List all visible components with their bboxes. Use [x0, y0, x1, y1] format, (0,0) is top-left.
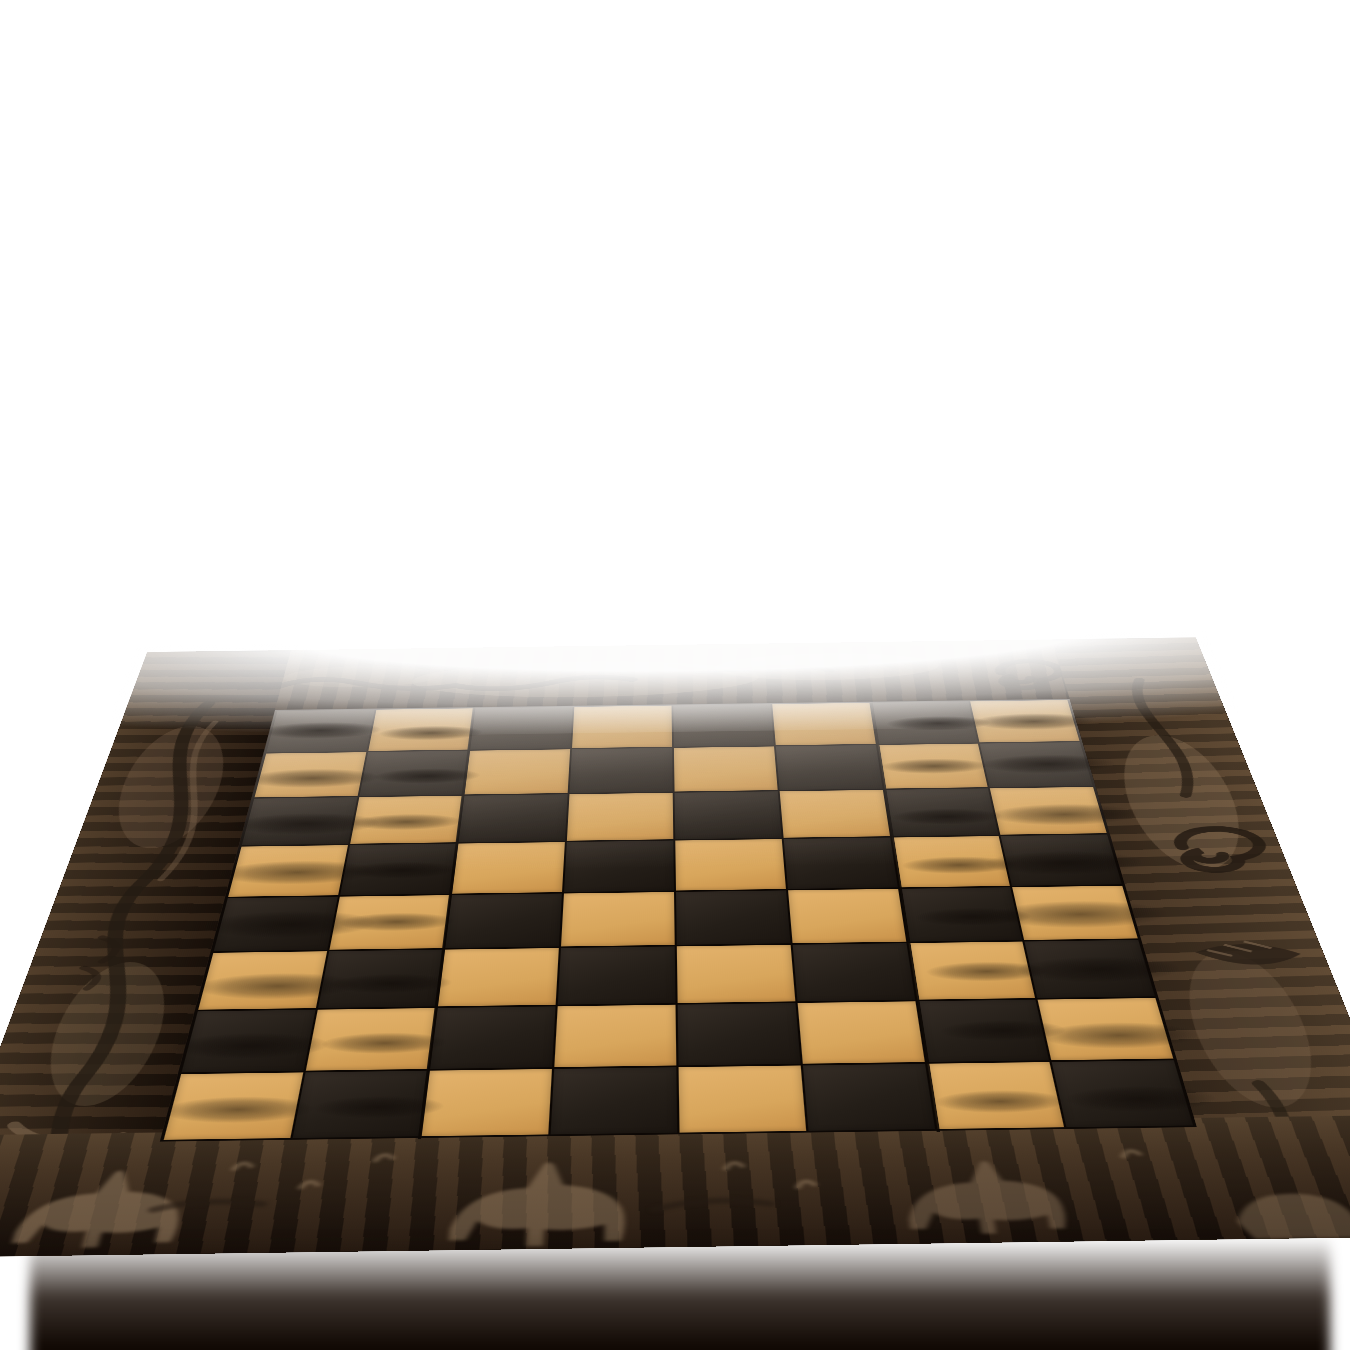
board-square — [772, 703, 876, 745]
chess-board: ♜♟♟♜♞♟♟♞♝♟♟♝♛♟♟♛♚♟♟♚♝♟♟♝♞♟♟♞♜♟♟♜ — [0, 638, 1350, 1258]
board-square — [776, 745, 883, 790]
white-piece-glyph: ♜ — [120, 865, 356, 1124]
board-square — [674, 746, 778, 791]
black-piece-glyph: ♟ — [895, 891, 1098, 1114]
board-square — [564, 841, 674, 892]
chess-scene: ♜♟♟♜♞♟♟♞♝♟♟♝♛♟♟♛♚♟♟♚♝♟♟♝♞♟♟♞♜♟♟♜ — [0, 0, 1350, 1350]
board-square — [673, 704, 774, 747]
board-square — [675, 791, 782, 839]
photo-canvas: ♜♟♟♜♞♟♟♞♝♟♟♝♛♟♟♛♚♟♟♚♝♟♟♝♞♟♟♞♜♟♟♜ — [0, 0, 1350, 1350]
front-apron-blur — [30, 1237, 1330, 1350]
board-square — [470, 707, 572, 750]
board-square — [675, 839, 786, 890]
board-square — [567, 793, 673, 841]
board-square — [572, 706, 672, 749]
board-square — [570, 748, 673, 793]
board-square — [465, 749, 571, 794]
